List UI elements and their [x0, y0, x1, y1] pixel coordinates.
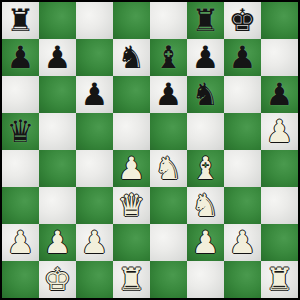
square-h1[interactable]: ♜: [261, 261, 298, 298]
square-a2[interactable]: ♟: [2, 224, 39, 261]
square-g5[interactable]: [224, 113, 261, 150]
square-d1[interactable]: ♜: [113, 261, 150, 298]
black-rook: ♜: [192, 2, 220, 39]
square-d3[interactable]: ♛: [113, 187, 150, 224]
square-d5[interactable]: [113, 113, 150, 150]
black-pawn: ♟: [7, 39, 35, 76]
white-queen: ♛: [118, 187, 146, 224]
square-e6[interactable]: ♟: [150, 76, 187, 113]
white-pawn: ♟: [192, 224, 220, 261]
square-a7[interactable]: ♟: [2, 39, 39, 76]
square-f4[interactable]: ♝: [187, 150, 224, 187]
square-f2[interactable]: ♟: [187, 224, 224, 261]
square-c6[interactable]: ♟: [76, 76, 113, 113]
square-h5[interactable]: ♟: [261, 113, 298, 150]
square-b2[interactable]: ♟: [39, 224, 76, 261]
square-a6[interactable]: [2, 76, 39, 113]
square-g7[interactable]: ♟: [224, 39, 261, 76]
square-g1[interactable]: [224, 261, 261, 298]
square-g2[interactable]: ♟: [224, 224, 261, 261]
square-b8[interactable]: [39, 2, 76, 39]
square-e2[interactable]: [150, 224, 187, 261]
square-h2[interactable]: [261, 224, 298, 261]
square-d6[interactable]: [113, 76, 150, 113]
square-a4[interactable]: [2, 150, 39, 187]
square-a1[interactable]: [2, 261, 39, 298]
white-pawn: ♟: [7, 224, 35, 261]
white-bishop: ♝: [192, 150, 220, 187]
square-h8[interactable]: [261, 2, 298, 39]
white-pawn: ♟: [81, 224, 109, 261]
square-a8[interactable]: ♜: [2, 2, 39, 39]
square-h6[interactable]: ♟: [261, 76, 298, 113]
square-c5[interactable]: [76, 113, 113, 150]
square-d2[interactable]: [113, 224, 150, 261]
square-f1[interactable]: [187, 261, 224, 298]
square-d8[interactable]: [113, 2, 150, 39]
square-a5[interactable]: ♛: [2, 113, 39, 150]
black-rook: ♜: [7, 2, 35, 39]
square-f5[interactable]: [187, 113, 224, 150]
square-c3[interactable]: [76, 187, 113, 224]
square-c2[interactable]: ♟: [76, 224, 113, 261]
square-e1[interactable]: [150, 261, 187, 298]
black-king: ♚: [229, 2, 257, 39]
black-pawn: ♟: [229, 39, 257, 76]
black-knight: ♞: [118, 39, 146, 76]
square-g4[interactable]: [224, 150, 261, 187]
square-b1[interactable]: ♚: [39, 261, 76, 298]
square-c4[interactable]: [76, 150, 113, 187]
white-pawn: ♟: [266, 113, 294, 150]
black-pawn: ♟: [266, 76, 294, 113]
square-d4[interactable]: ♟: [113, 150, 150, 187]
square-g3[interactable]: [224, 187, 261, 224]
chess-board: ♜♜♚♟♟♞♝♟♟♟♟♞♟♛♟♟♞♝♛♞♟♟♟♟♟♚♜♜: [0, 0, 300, 300]
square-c8[interactable]: [76, 2, 113, 39]
white-knight: ♞: [192, 187, 220, 224]
white-knight: ♞: [155, 150, 183, 187]
square-h4[interactable]: [261, 150, 298, 187]
square-f6[interactable]: ♞: [187, 76, 224, 113]
black-pawn: ♟: [44, 39, 72, 76]
black-knight: ♞: [192, 76, 220, 113]
white-rook: ♜: [266, 261, 294, 298]
square-f3[interactable]: ♞: [187, 187, 224, 224]
square-b3[interactable]: [39, 187, 76, 224]
white-king: ♚: [44, 261, 72, 298]
square-b5[interactable]: [39, 113, 76, 150]
black-pawn: ♟: [81, 76, 109, 113]
square-h3[interactable]: [261, 187, 298, 224]
black-bishop: ♝: [155, 39, 183, 76]
square-c1[interactable]: [76, 261, 113, 298]
square-e8[interactable]: [150, 2, 187, 39]
square-f7[interactable]: ♟: [187, 39, 224, 76]
square-h7[interactable]: [261, 39, 298, 76]
white-pawn: ♟: [44, 224, 72, 261]
square-e3[interactable]: [150, 187, 187, 224]
square-f8[interactable]: ♜: [187, 2, 224, 39]
square-c7[interactable]: [76, 39, 113, 76]
white-pawn: ♟: [118, 150, 146, 187]
square-e5[interactable]: [150, 113, 187, 150]
square-e4[interactable]: ♞: [150, 150, 187, 187]
square-d7[interactable]: ♞: [113, 39, 150, 76]
square-e7[interactable]: ♝: [150, 39, 187, 76]
square-g6[interactable]: [224, 76, 261, 113]
black-queen: ♛: [7, 113, 35, 150]
square-b4[interactable]: [39, 150, 76, 187]
white-rook: ♜: [118, 261, 146, 298]
square-b6[interactable]: [39, 76, 76, 113]
square-b7[interactable]: ♟: [39, 39, 76, 76]
square-a3[interactable]: [2, 187, 39, 224]
black-pawn: ♟: [192, 39, 220, 76]
square-g8[interactable]: ♚: [224, 2, 261, 39]
white-pawn: ♟: [229, 224, 257, 261]
black-pawn: ♟: [155, 76, 183, 113]
